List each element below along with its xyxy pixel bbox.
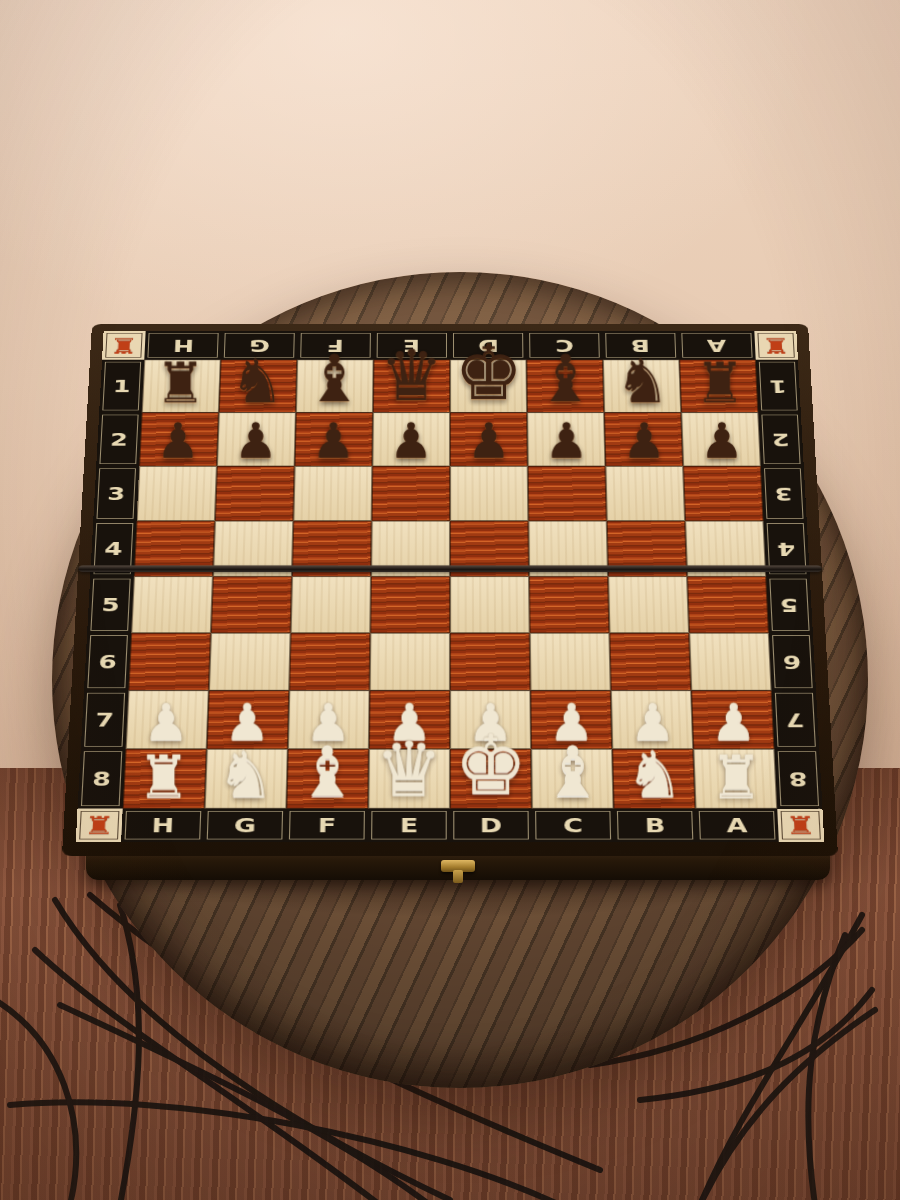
square-c5 (529, 576, 609, 633)
black-pawn: ♟ (234, 416, 278, 465)
rank-label-text: 2 (772, 430, 791, 448)
black-rook: ♜ (695, 355, 745, 411)
white-knight: ♞ (626, 742, 684, 807)
white-pawn: ♟ (711, 696, 757, 747)
square-a6 (689, 633, 771, 690)
square-a7: ♟ (691, 690, 774, 749)
square-h7: ♟ (126, 690, 209, 749)
rank-label-6-right: 6 (769, 633, 816, 690)
rank-label-text: 6 (98, 652, 117, 671)
square-h2: ♟ (139, 413, 219, 467)
rank-label-text: 7 (95, 710, 114, 729)
rank-label-1-left: 1 (99, 360, 144, 413)
rank-label-7-left: 7 (81, 690, 129, 749)
square-d5 (450, 576, 530, 633)
black-pawn: ♟ (700, 416, 744, 465)
rank-label-text: 4 (777, 539, 796, 557)
file-label-c-bottom: C (532, 809, 615, 842)
square-d1: ♚ (450, 360, 527, 413)
rank-label-text: 3 (107, 484, 126, 502)
rank-label-text: 5 (101, 595, 120, 614)
file-label-text: B (644, 815, 665, 835)
square-b2: ♟ (604, 413, 683, 467)
rank-label-8-left: 8 (78, 749, 126, 809)
square-a2: ♟ (681, 413, 761, 467)
square-c2: ♟ (527, 413, 605, 467)
square-g5 (211, 576, 292, 633)
file-label-g-bottom: G (203, 809, 286, 842)
square-c3 (528, 466, 607, 521)
black-pawn: ♟ (156, 416, 200, 465)
square-f8: ♝ (286, 749, 369, 809)
square-e2: ♟ (372, 413, 450, 467)
square-b3 (605, 466, 685, 521)
square-d3 (450, 466, 528, 521)
rank-label-8-right: 8 (774, 749, 822, 809)
rank-label-6-left: 6 (84, 633, 131, 690)
square-b6 (609, 633, 691, 690)
corner-cell-top-left: ♜ (102, 331, 146, 360)
corner-cell-top-right: ♜ (754, 331, 798, 360)
white-pawn: ♟ (143, 696, 189, 747)
black-knight: ♞ (230, 350, 285, 411)
rank-label-text: 1 (769, 377, 787, 394)
square-h8: ♜ (123, 749, 207, 809)
white-bishop: ♝ (542, 738, 604, 807)
square-f1: ♝ (296, 360, 374, 413)
square-d2: ♟ (450, 413, 528, 467)
board-walnut-frame: ♜HGFEDCBA♜1♜♞♝♛♚♝♞♜12♟♟♟♟♟♟♟♟2334455667♟… (62, 324, 838, 856)
rank-label-5-right: 5 (766, 576, 813, 633)
square-c1: ♝ (526, 360, 604, 413)
square-a8: ♜ (693, 749, 777, 809)
black-pawn: ♟ (545, 416, 589, 465)
white-knight: ♞ (217, 742, 275, 807)
black-pawn: ♟ (389, 416, 433, 465)
red-rook-icon: ♜ (785, 813, 816, 838)
black-pawn: ♟ (311, 416, 355, 465)
file-label-e-bottom: E (368, 809, 450, 842)
square-h1: ♜ (142, 360, 221, 413)
square-f5 (291, 576, 371, 633)
square-b5 (608, 576, 689, 633)
file-label-d-bottom: D (450, 809, 532, 842)
square-g1: ♞ (219, 360, 297, 413)
square-b8: ♞ (612, 749, 695, 809)
square-h5 (131, 576, 213, 633)
black-bishop: ♝ (536, 346, 594, 411)
black-rook: ♜ (155, 355, 205, 411)
square-b1: ♞ (603, 360, 681, 413)
white-queen: ♛ (375, 732, 443, 807)
file-label-text: G (234, 815, 257, 835)
square-e3 (372, 466, 450, 521)
rank-label-2-left: 2 (96, 413, 142, 467)
square-e6 (370, 633, 450, 690)
photo-stage: ♜HGFEDCBA♜1♜♞♝♛♚♝♞♜12♟♟♟♟♟♟♟♟2334455667♟… (0, 0, 900, 1200)
red-rook-icon: ♜ (84, 813, 115, 838)
black-pawn: ♟ (467, 416, 511, 465)
file-label-text: F (318, 815, 337, 835)
rank-label-text: 8 (788, 769, 808, 789)
square-d6 (450, 633, 530, 690)
file-label-h-bottom: H (121, 809, 204, 842)
black-knight: ♞ (615, 350, 670, 411)
rank-label-3-right: 3 (761, 466, 807, 521)
square-a3 (683, 466, 763, 521)
black-queen: ♛ (380, 340, 444, 411)
square-f2: ♟ (295, 413, 373, 467)
black-pawn: ♟ (622, 416, 666, 465)
square-h6 (128, 633, 210, 690)
black-king: ♚ (454, 334, 523, 411)
rank-label-7-right: 7 (772, 690, 820, 749)
file-label-text: C (563, 815, 583, 835)
square-d8: ♚ (450, 749, 532, 809)
square-e8: ♛ (368, 749, 450, 809)
brass-clasp (441, 860, 475, 872)
black-bishop: ♝ (305, 346, 363, 411)
square-g3 (215, 466, 295, 521)
file-label-text: A (726, 815, 748, 835)
rank-label-text: 6 (783, 652, 802, 671)
square-c6 (530, 633, 611, 690)
square-f6 (289, 633, 370, 690)
square-a1: ♜ (679, 360, 758, 413)
file-label-text: D (480, 815, 503, 835)
white-rook: ♜ (137, 748, 190, 807)
rank-label-text: 1 (113, 377, 131, 394)
square-g6 (209, 633, 291, 690)
rank-label-3-left: 3 (93, 466, 139, 521)
square-g8: ♞ (205, 749, 288, 809)
file-label-text: H (151, 815, 174, 835)
rank-label-5-left: 5 (87, 576, 134, 633)
rank-label-text: 2 (110, 430, 129, 448)
square-e5 (370, 576, 450, 633)
square-a5 (687, 576, 769, 633)
red-rook-icon: ♜ (109, 335, 138, 356)
rank-label-2-right: 2 (758, 413, 804, 467)
rank-label-text: 4 (104, 539, 123, 557)
file-label-a-bottom: A (695, 809, 778, 842)
file-label-f-bottom: F (286, 809, 369, 842)
rank-label-text: 5 (780, 595, 799, 614)
white-rook: ♜ (710, 748, 763, 807)
file-label-b-bottom: B (614, 809, 697, 842)
rank-label-1-right: 1 (756, 360, 801, 413)
red-rook-icon: ♜ (762, 335, 791, 356)
square-h3 (137, 466, 217, 521)
file-label-text: E (400, 815, 419, 835)
rank-label-text: 7 (786, 710, 805, 729)
corner-cell-bottom-left: ♜ (76, 809, 123, 842)
white-king: ♚ (454, 725, 527, 807)
square-c8: ♝ (531, 749, 614, 809)
square-e1: ♛ (373, 360, 450, 413)
corner-cell-bottom-right: ♜ (777, 809, 824, 842)
rank-label-text: 8 (92, 769, 112, 789)
rank-label-text: 3 (774, 484, 793, 502)
square-f3 (293, 466, 372, 521)
board-grid: ♜HGFEDCBA♜1♜♞♝♛♚♝♞♜12♟♟♟♟♟♟♟♟2334455667♟… (76, 331, 825, 842)
chess-board-3d: ♜HGFEDCBA♜1♜♞♝♛♚♝♞♜12♟♟♟♟♟♟♟♟2334455667♟… (62, 324, 838, 859)
square-g2: ♟ (217, 413, 296, 467)
white-bishop: ♝ (296, 738, 358, 807)
